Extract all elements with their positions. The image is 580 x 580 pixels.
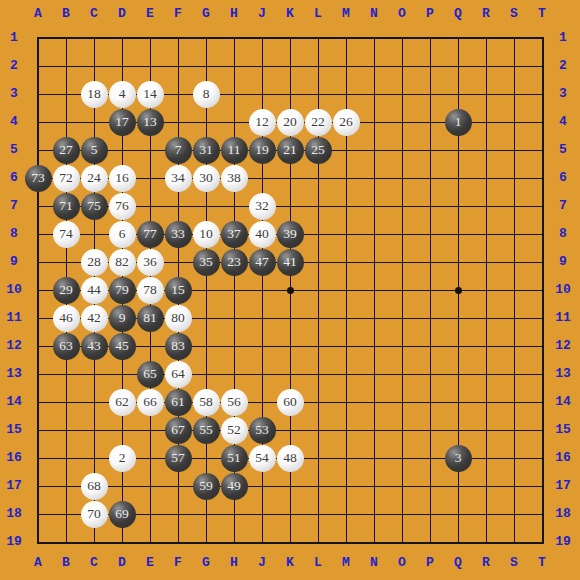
intersection-O14[interactable] <box>388 388 416 416</box>
intersection-N9[interactable] <box>360 248 388 276</box>
intersection-N5[interactable] <box>360 136 388 164</box>
intersection-P14[interactable] <box>416 388 444 416</box>
intersection-L17[interactable] <box>304 472 332 500</box>
intersection-N1[interactable] <box>360 24 388 52</box>
intersection-N18[interactable] <box>360 500 388 528</box>
intersection-F19[interactable] <box>164 528 192 556</box>
intersection-R15[interactable] <box>472 416 500 444</box>
intersection-A1[interactable] <box>24 24 52 52</box>
intersection-N19[interactable] <box>360 528 388 556</box>
intersection-L6[interactable] <box>304 164 332 192</box>
intersection-J10[interactable] <box>248 276 276 304</box>
intersection-C7[interactable]: 75 <box>80 192 108 220</box>
intersection-F17[interactable] <box>164 472 192 500</box>
intersection-Q19[interactable] <box>444 528 472 556</box>
intersection-G4[interactable] <box>192 108 220 136</box>
intersection-K1[interactable] <box>276 24 304 52</box>
intersection-D13[interactable] <box>108 360 136 388</box>
intersection-C8[interactable] <box>80 220 108 248</box>
intersection-R18[interactable] <box>472 500 500 528</box>
intersection-Q6[interactable] <box>444 164 472 192</box>
intersection-L2[interactable] <box>304 52 332 80</box>
intersection-K4[interactable]: 20 <box>276 108 304 136</box>
intersection-D17[interactable] <box>108 472 136 500</box>
intersection-B18[interactable] <box>52 500 80 528</box>
intersection-B9[interactable] <box>52 248 80 276</box>
intersection-A12[interactable] <box>24 332 52 360</box>
intersection-J17[interactable] <box>248 472 276 500</box>
intersection-S15[interactable] <box>500 416 528 444</box>
intersection-L18[interactable] <box>304 500 332 528</box>
intersection-H11[interactable] <box>220 304 248 332</box>
intersection-M5[interactable] <box>332 136 360 164</box>
intersection-E8[interactable]: 77 <box>136 220 164 248</box>
intersection-R4[interactable] <box>472 108 500 136</box>
intersection-P10[interactable] <box>416 276 444 304</box>
intersection-E16[interactable] <box>136 444 164 472</box>
intersection-O19[interactable] <box>388 528 416 556</box>
intersection-C10[interactable]: 44 <box>80 276 108 304</box>
intersection-M1[interactable] <box>332 24 360 52</box>
intersection-K17[interactable] <box>276 472 304 500</box>
intersection-D19[interactable] <box>108 528 136 556</box>
intersection-G5[interactable]: 31 <box>192 136 220 164</box>
intersection-H2[interactable] <box>220 52 248 80</box>
intersection-D1[interactable] <box>108 24 136 52</box>
intersection-S19[interactable] <box>500 528 528 556</box>
intersection-M13[interactable] <box>332 360 360 388</box>
intersection-J18[interactable] <box>248 500 276 528</box>
intersection-B15[interactable] <box>52 416 80 444</box>
intersection-L4[interactable]: 22 <box>304 108 332 136</box>
intersection-E3[interactable]: 14 <box>136 80 164 108</box>
intersection-L1[interactable] <box>304 24 332 52</box>
intersection-B19[interactable] <box>52 528 80 556</box>
intersection-Q10[interactable] <box>444 276 472 304</box>
intersection-P3[interactable] <box>416 80 444 108</box>
intersection-Q13[interactable] <box>444 360 472 388</box>
intersection-R8[interactable] <box>472 220 500 248</box>
intersection-E4[interactable]: 13 <box>136 108 164 136</box>
intersection-N7[interactable] <box>360 192 388 220</box>
intersection-H10[interactable] <box>220 276 248 304</box>
intersection-N4[interactable] <box>360 108 388 136</box>
intersection-K18[interactable] <box>276 500 304 528</box>
intersection-G18[interactable] <box>192 500 220 528</box>
intersection-B11[interactable]: 46 <box>52 304 80 332</box>
intersection-B10[interactable]: 29 <box>52 276 80 304</box>
intersection-H3[interactable] <box>220 80 248 108</box>
intersection-B16[interactable] <box>52 444 80 472</box>
intersection-P1[interactable] <box>416 24 444 52</box>
board-intersections[interactable]: 1841481713122022261275731111921257372241… <box>24 24 556 556</box>
intersection-C14[interactable] <box>80 388 108 416</box>
intersection-F18[interactable] <box>164 500 192 528</box>
intersection-J9[interactable]: 47 <box>248 248 276 276</box>
intersection-R11[interactable] <box>472 304 500 332</box>
intersection-A3[interactable] <box>24 80 52 108</box>
intersection-H18[interactable] <box>220 500 248 528</box>
intersection-H16[interactable]: 51 <box>220 444 248 472</box>
intersection-E10[interactable]: 78 <box>136 276 164 304</box>
intersection-E2[interactable] <box>136 52 164 80</box>
intersection-S11[interactable] <box>500 304 528 332</box>
intersection-R1[interactable] <box>472 24 500 52</box>
intersection-N17[interactable] <box>360 472 388 500</box>
intersection-S1[interactable] <box>500 24 528 52</box>
intersection-P4[interactable] <box>416 108 444 136</box>
intersection-C12[interactable]: 43 <box>80 332 108 360</box>
intersection-J4[interactable]: 12 <box>248 108 276 136</box>
intersection-M2[interactable] <box>332 52 360 80</box>
intersection-O2[interactable] <box>388 52 416 80</box>
intersection-N8[interactable] <box>360 220 388 248</box>
intersection-A5[interactable] <box>24 136 52 164</box>
intersection-N14[interactable] <box>360 388 388 416</box>
intersection-E5[interactable] <box>136 136 164 164</box>
intersection-P6[interactable] <box>416 164 444 192</box>
intersection-B13[interactable] <box>52 360 80 388</box>
intersection-M7[interactable] <box>332 192 360 220</box>
intersection-E18[interactable] <box>136 500 164 528</box>
intersection-M15[interactable] <box>332 416 360 444</box>
intersection-M17[interactable] <box>332 472 360 500</box>
intersection-E17[interactable] <box>136 472 164 500</box>
intersection-S17[interactable] <box>500 472 528 500</box>
intersection-R6[interactable] <box>472 164 500 192</box>
intersection-C15[interactable] <box>80 416 108 444</box>
intersection-C9[interactable]: 28 <box>80 248 108 276</box>
intersection-M14[interactable] <box>332 388 360 416</box>
intersection-S4[interactable] <box>500 108 528 136</box>
intersection-D9[interactable]: 82 <box>108 248 136 276</box>
intersection-G1[interactable] <box>192 24 220 52</box>
intersection-K5[interactable]: 21 <box>276 136 304 164</box>
intersection-S6[interactable] <box>500 164 528 192</box>
intersection-B8[interactable]: 74 <box>52 220 80 248</box>
intersection-H19[interactable] <box>220 528 248 556</box>
intersection-H6[interactable]: 38 <box>220 164 248 192</box>
intersection-M12[interactable] <box>332 332 360 360</box>
intersection-O17[interactable] <box>388 472 416 500</box>
intersection-L8[interactable] <box>304 220 332 248</box>
intersection-D16[interactable]: 2 <box>108 444 136 472</box>
intersection-F10[interactable]: 15 <box>164 276 192 304</box>
intersection-B6[interactable]: 72 <box>52 164 80 192</box>
intersection-A8[interactable] <box>24 220 52 248</box>
intersection-J1[interactable] <box>248 24 276 52</box>
intersection-D18[interactable]: 69 <box>108 500 136 528</box>
intersection-H17[interactable]: 49 <box>220 472 248 500</box>
intersection-B7[interactable]: 71 <box>52 192 80 220</box>
intersection-J15[interactable]: 53 <box>248 416 276 444</box>
intersection-O16[interactable] <box>388 444 416 472</box>
intersection-O11[interactable] <box>388 304 416 332</box>
intersection-M4[interactable]: 26 <box>332 108 360 136</box>
intersection-N3[interactable] <box>360 80 388 108</box>
intersection-K16[interactable]: 48 <box>276 444 304 472</box>
intersection-Q3[interactable] <box>444 80 472 108</box>
intersection-N15[interactable] <box>360 416 388 444</box>
intersection-R7[interactable] <box>472 192 500 220</box>
intersection-J16[interactable]: 54 <box>248 444 276 472</box>
intersection-E6[interactable] <box>136 164 164 192</box>
intersection-E7[interactable] <box>136 192 164 220</box>
intersection-O1[interactable] <box>388 24 416 52</box>
intersection-F15[interactable]: 67 <box>164 416 192 444</box>
intersection-Q16[interactable]: 3 <box>444 444 472 472</box>
intersection-H4[interactable] <box>220 108 248 136</box>
intersection-R14[interactable] <box>472 388 500 416</box>
intersection-C6[interactable]: 24 <box>80 164 108 192</box>
intersection-Q15[interactable] <box>444 416 472 444</box>
intersection-D11[interactable]: 9 <box>108 304 136 332</box>
intersection-F14[interactable]: 61 <box>164 388 192 416</box>
intersection-N6[interactable] <box>360 164 388 192</box>
intersection-F11[interactable]: 80 <box>164 304 192 332</box>
intersection-D15[interactable] <box>108 416 136 444</box>
intersection-L19[interactable] <box>304 528 332 556</box>
intersection-G15[interactable]: 55 <box>192 416 220 444</box>
intersection-A11[interactable] <box>24 304 52 332</box>
intersection-S2[interactable] <box>500 52 528 80</box>
intersection-S8[interactable] <box>500 220 528 248</box>
intersection-O8[interactable] <box>388 220 416 248</box>
intersection-M19[interactable] <box>332 528 360 556</box>
intersection-H14[interactable]: 56 <box>220 388 248 416</box>
intersection-N2[interactable] <box>360 52 388 80</box>
intersection-M3[interactable] <box>332 80 360 108</box>
intersection-H15[interactable]: 52 <box>220 416 248 444</box>
intersection-J13[interactable] <box>248 360 276 388</box>
intersection-F4[interactable] <box>164 108 192 136</box>
intersection-C17[interactable]: 68 <box>80 472 108 500</box>
intersection-Q9[interactable] <box>444 248 472 276</box>
intersection-S18[interactable] <box>500 500 528 528</box>
intersection-J8[interactable]: 40 <box>248 220 276 248</box>
intersection-Q7[interactable] <box>444 192 472 220</box>
intersection-Q1[interactable] <box>444 24 472 52</box>
intersection-K8[interactable]: 39 <box>276 220 304 248</box>
intersection-C11[interactable]: 42 <box>80 304 108 332</box>
intersection-O13[interactable] <box>388 360 416 388</box>
intersection-S7[interactable] <box>500 192 528 220</box>
intersection-K13[interactable] <box>276 360 304 388</box>
intersection-P11[interactable] <box>416 304 444 332</box>
intersection-P12[interactable] <box>416 332 444 360</box>
intersection-R10[interactable] <box>472 276 500 304</box>
intersection-O4[interactable] <box>388 108 416 136</box>
intersection-L15[interactable] <box>304 416 332 444</box>
intersection-C18[interactable]: 70 <box>80 500 108 528</box>
intersection-K14[interactable]: 60 <box>276 388 304 416</box>
intersection-K11[interactable] <box>276 304 304 332</box>
intersection-A16[interactable] <box>24 444 52 472</box>
intersection-E15[interactable] <box>136 416 164 444</box>
intersection-K2[interactable] <box>276 52 304 80</box>
go-board[interactable]: 1841481713122022261275731111921257372241… <box>0 0 580 580</box>
intersection-N13[interactable] <box>360 360 388 388</box>
intersection-C19[interactable] <box>80 528 108 556</box>
intersection-P8[interactable] <box>416 220 444 248</box>
intersection-D3[interactable]: 4 <box>108 80 136 108</box>
intersection-A15[interactable] <box>24 416 52 444</box>
intersection-C5[interactable]: 5 <box>80 136 108 164</box>
intersection-C3[interactable]: 18 <box>80 80 108 108</box>
intersection-D14[interactable]: 62 <box>108 388 136 416</box>
intersection-O7[interactable] <box>388 192 416 220</box>
intersection-P5[interactable] <box>416 136 444 164</box>
intersection-F6[interactable]: 34 <box>164 164 192 192</box>
intersection-L9[interactable] <box>304 248 332 276</box>
intersection-S14[interactable] <box>500 388 528 416</box>
intersection-C16[interactable] <box>80 444 108 472</box>
intersection-D5[interactable] <box>108 136 136 164</box>
intersection-G9[interactable]: 35 <box>192 248 220 276</box>
intersection-R12[interactable] <box>472 332 500 360</box>
intersection-P7[interactable] <box>416 192 444 220</box>
intersection-O6[interactable] <box>388 164 416 192</box>
intersection-D10[interactable]: 79 <box>108 276 136 304</box>
intersection-B14[interactable] <box>52 388 80 416</box>
intersection-P9[interactable] <box>416 248 444 276</box>
intersection-A4[interactable] <box>24 108 52 136</box>
intersection-F2[interactable] <box>164 52 192 80</box>
intersection-H9[interactable]: 23 <box>220 248 248 276</box>
intersection-M8[interactable] <box>332 220 360 248</box>
intersection-P13[interactable] <box>416 360 444 388</box>
intersection-E11[interactable]: 81 <box>136 304 164 332</box>
intersection-D8[interactable]: 6 <box>108 220 136 248</box>
intersection-L13[interactable] <box>304 360 332 388</box>
intersection-B2[interactable] <box>52 52 80 80</box>
intersection-M10[interactable] <box>332 276 360 304</box>
intersection-O9[interactable] <box>388 248 416 276</box>
intersection-B4[interactable] <box>52 108 80 136</box>
intersection-M6[interactable] <box>332 164 360 192</box>
intersection-K15[interactable] <box>276 416 304 444</box>
intersection-M9[interactable] <box>332 248 360 276</box>
intersection-G2[interactable] <box>192 52 220 80</box>
intersection-B5[interactable]: 27 <box>52 136 80 164</box>
intersection-Q4[interactable]: 1 <box>444 108 472 136</box>
intersection-F3[interactable] <box>164 80 192 108</box>
intersection-Q8[interactable] <box>444 220 472 248</box>
intersection-C2[interactable] <box>80 52 108 80</box>
intersection-F1[interactable] <box>164 24 192 52</box>
intersection-L3[interactable] <box>304 80 332 108</box>
intersection-Q14[interactable] <box>444 388 472 416</box>
intersection-G13[interactable] <box>192 360 220 388</box>
intersection-P2[interactable] <box>416 52 444 80</box>
intersection-J5[interactable]: 19 <box>248 136 276 164</box>
intersection-D6[interactable]: 16 <box>108 164 136 192</box>
intersection-Q18[interactable] <box>444 500 472 528</box>
intersection-E14[interactable]: 66 <box>136 388 164 416</box>
intersection-J14[interactable] <box>248 388 276 416</box>
intersection-O10[interactable] <box>388 276 416 304</box>
intersection-A19[interactable] <box>24 528 52 556</box>
intersection-S9[interactable] <box>500 248 528 276</box>
intersection-H8[interactable]: 37 <box>220 220 248 248</box>
intersection-E13[interactable]: 65 <box>136 360 164 388</box>
intersection-E19[interactable] <box>136 528 164 556</box>
intersection-K7[interactable] <box>276 192 304 220</box>
intersection-A14[interactable] <box>24 388 52 416</box>
intersection-E1[interactable] <box>136 24 164 52</box>
intersection-Q2[interactable] <box>444 52 472 80</box>
intersection-H1[interactable] <box>220 24 248 52</box>
intersection-P17[interactable] <box>416 472 444 500</box>
intersection-O3[interactable] <box>388 80 416 108</box>
intersection-N10[interactable] <box>360 276 388 304</box>
intersection-P19[interactable] <box>416 528 444 556</box>
intersection-R16[interactable] <box>472 444 500 472</box>
intersection-R2[interactable] <box>472 52 500 80</box>
intersection-R19[interactable] <box>472 528 500 556</box>
intersection-G3[interactable]: 8 <box>192 80 220 108</box>
intersection-L14[interactable] <box>304 388 332 416</box>
intersection-Q17[interactable] <box>444 472 472 500</box>
intersection-R9[interactable] <box>472 248 500 276</box>
intersection-O5[interactable] <box>388 136 416 164</box>
intersection-O15[interactable] <box>388 416 416 444</box>
intersection-G19[interactable] <box>192 528 220 556</box>
intersection-F7[interactable] <box>164 192 192 220</box>
intersection-M16[interactable] <box>332 444 360 472</box>
intersection-F12[interactable]: 83 <box>164 332 192 360</box>
intersection-O12[interactable] <box>388 332 416 360</box>
intersection-R13[interactable] <box>472 360 500 388</box>
intersection-D4[interactable]: 17 <box>108 108 136 136</box>
intersection-S16[interactable] <box>500 444 528 472</box>
intersection-G12[interactable] <box>192 332 220 360</box>
intersection-K6[interactable] <box>276 164 304 192</box>
intersection-K12[interactable] <box>276 332 304 360</box>
intersection-D2[interactable] <box>108 52 136 80</box>
intersection-N16[interactable] <box>360 444 388 472</box>
intersection-Q11[interactable] <box>444 304 472 332</box>
intersection-A10[interactable] <box>24 276 52 304</box>
intersection-A17[interactable] <box>24 472 52 500</box>
intersection-F8[interactable]: 33 <box>164 220 192 248</box>
intersection-G7[interactable] <box>192 192 220 220</box>
intersection-L12[interactable] <box>304 332 332 360</box>
intersection-L10[interactable] <box>304 276 332 304</box>
intersection-F16[interactable]: 57 <box>164 444 192 472</box>
intersection-K3[interactable] <box>276 80 304 108</box>
intersection-C1[interactable] <box>80 24 108 52</box>
intersection-H13[interactable] <box>220 360 248 388</box>
intersection-P18[interactable] <box>416 500 444 528</box>
intersection-P16[interactable] <box>416 444 444 472</box>
intersection-J2[interactable] <box>248 52 276 80</box>
intersection-A18[interactable] <box>24 500 52 528</box>
intersection-H12[interactable] <box>220 332 248 360</box>
intersection-A9[interactable] <box>24 248 52 276</box>
intersection-K9[interactable]: 41 <box>276 248 304 276</box>
intersection-G6[interactable]: 30 <box>192 164 220 192</box>
intersection-B17[interactable] <box>52 472 80 500</box>
intersection-P15[interactable] <box>416 416 444 444</box>
intersection-B1[interactable] <box>52 24 80 52</box>
intersection-B3[interactable] <box>52 80 80 108</box>
intersection-Q5[interactable] <box>444 136 472 164</box>
intersection-E12[interactable] <box>136 332 164 360</box>
intersection-L11[interactable] <box>304 304 332 332</box>
intersection-L7[interactable] <box>304 192 332 220</box>
intersection-H5[interactable]: 11 <box>220 136 248 164</box>
